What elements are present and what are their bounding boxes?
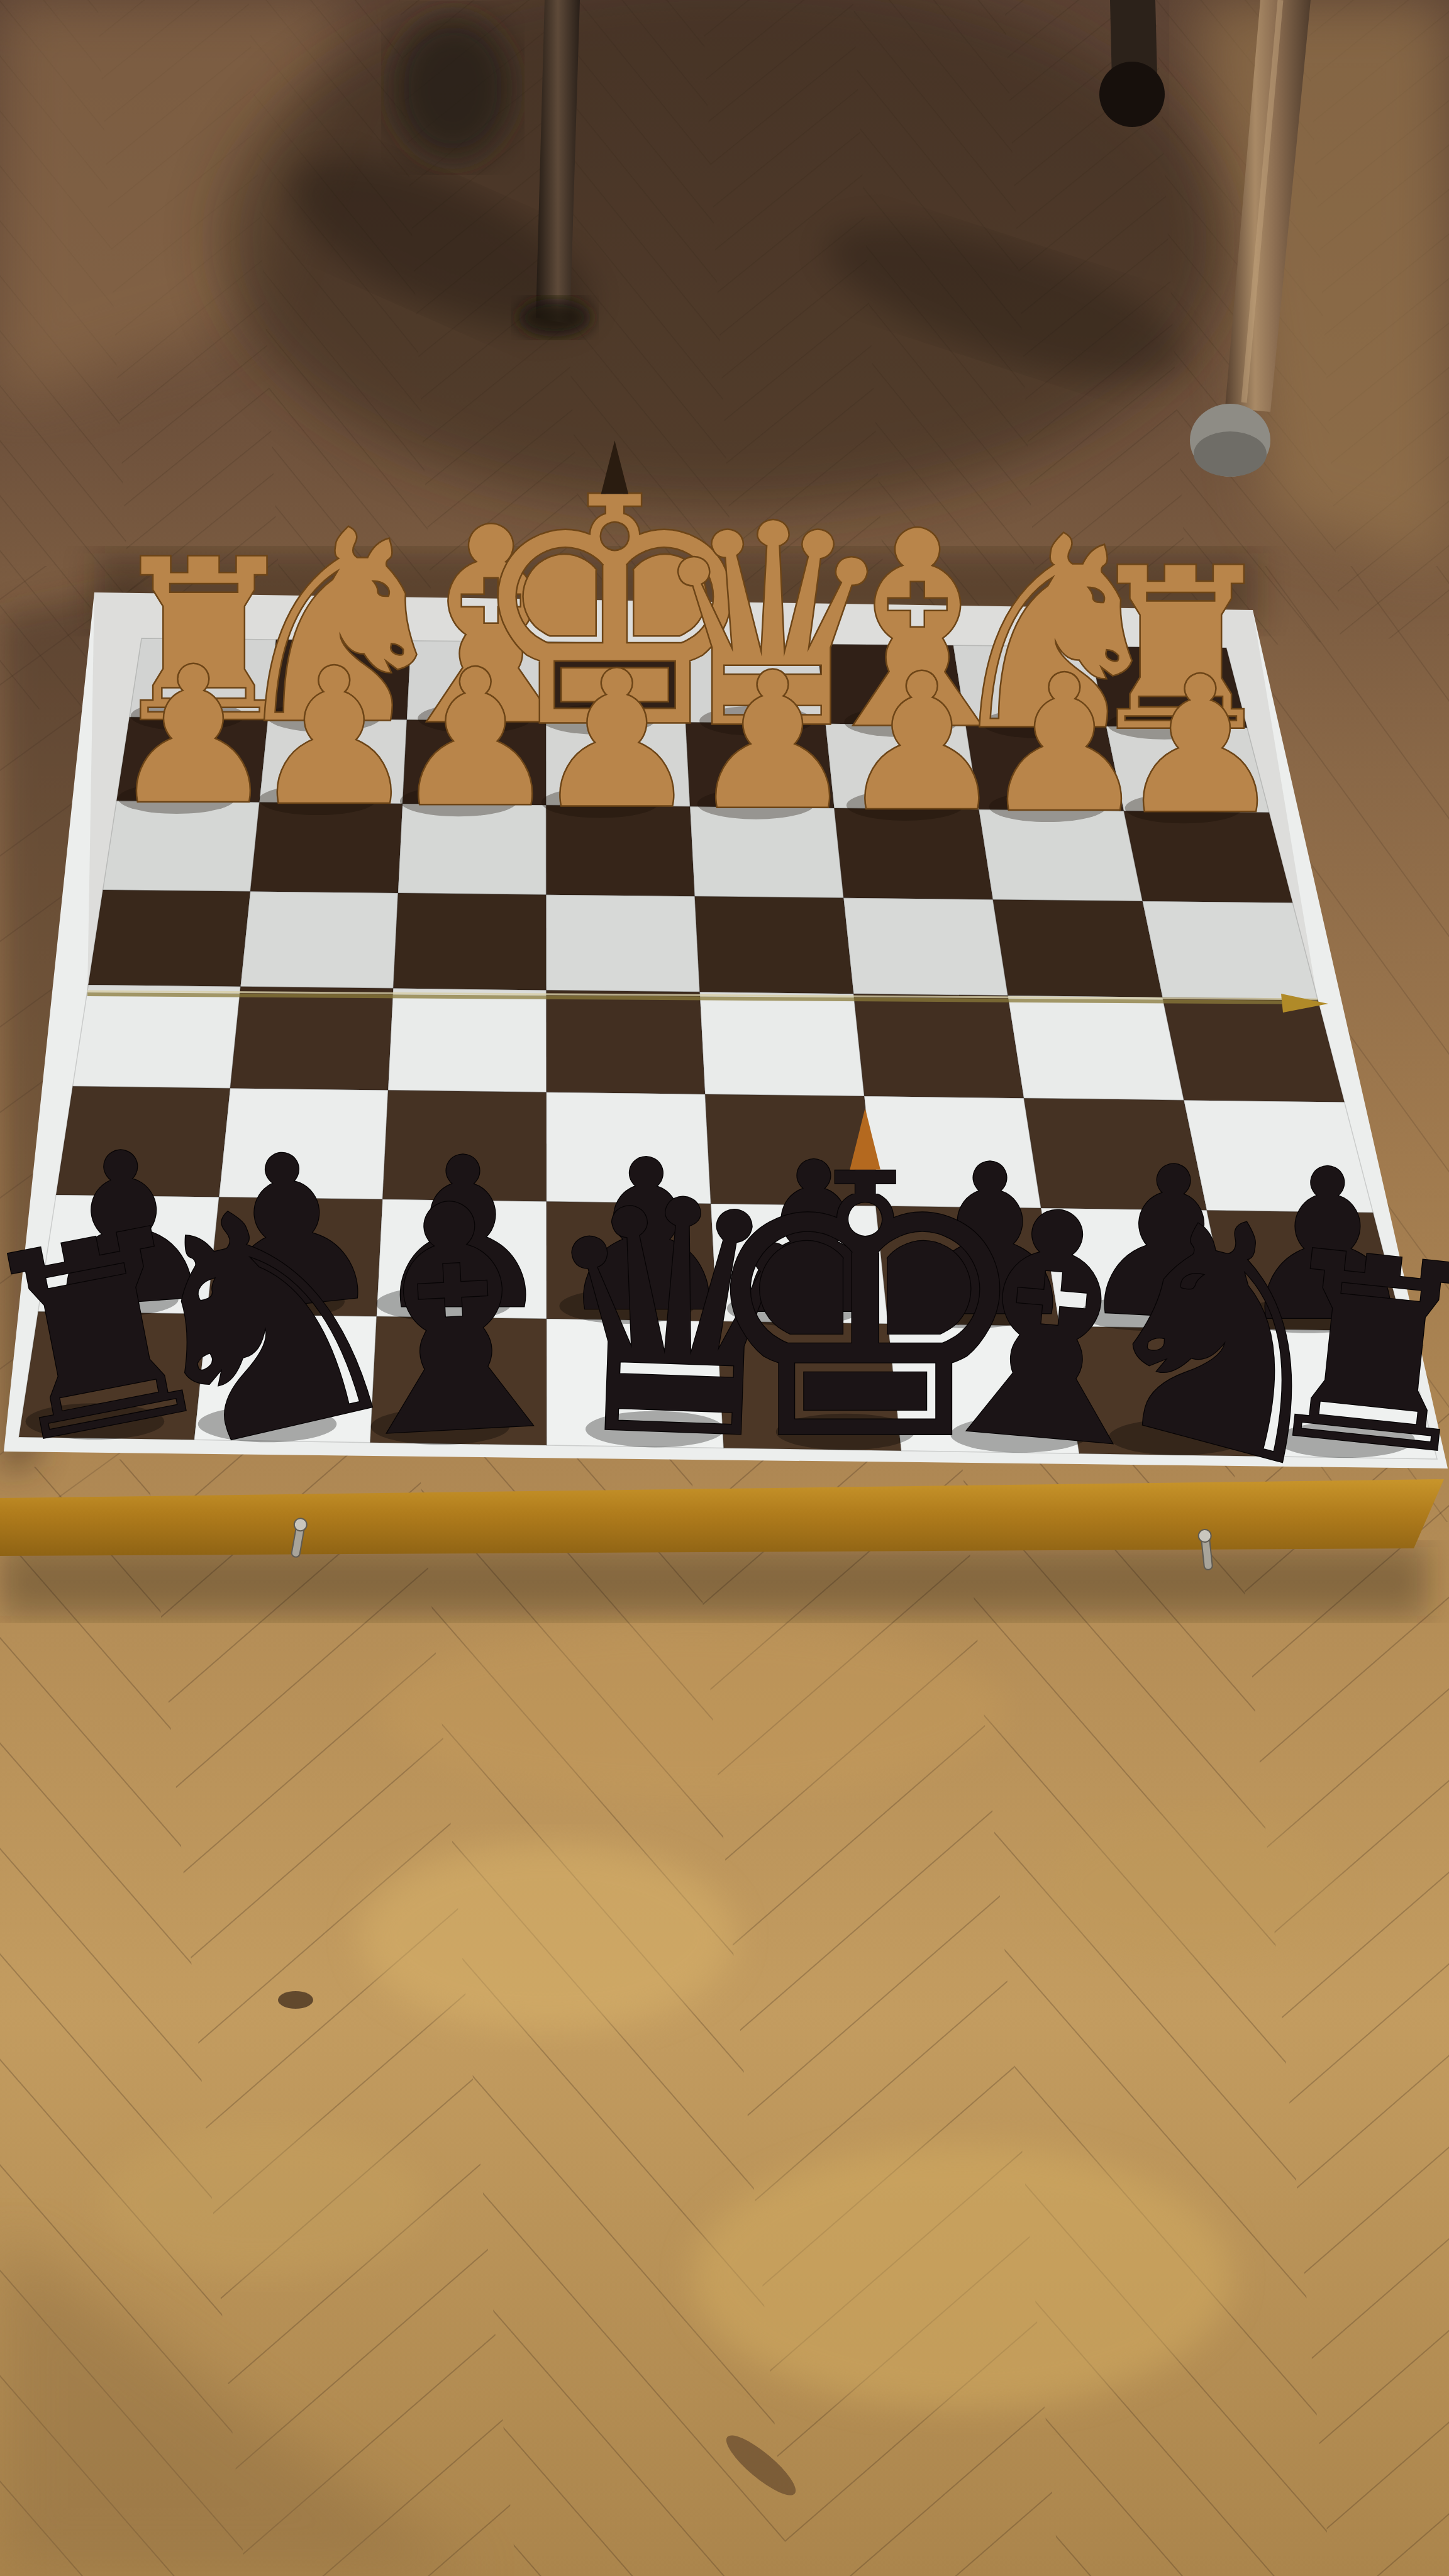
piece-black-rook-a8: ♜ <box>1244 1192 1449 1514</box>
table-leg-left-foot <box>518 299 591 336</box>
board-cast-shadow-near <box>0 1547 1428 1616</box>
worn-stain <box>692 2145 1233 2409</box>
piece-white-pawn-d2: ♟ <box>689 632 857 850</box>
photo-stage: ♜♞♝♚♛♝♞♜♟♟♟♟♟♟♟♟♟♟♟♟♟♟♟♟♜♞♝♛♚♝♞♜ <box>0 0 1449 2576</box>
piece-white-pawn-e2: ♟ <box>533 631 701 849</box>
dark-leg-blob <box>393 16 513 160</box>
table-leg-middle-foot <box>1099 62 1165 127</box>
piece-white-pawn-a2: ♟ <box>1116 636 1284 855</box>
worn-stain <box>377 1623 1006 1799</box>
worn-stain <box>358 1843 736 2031</box>
worn-stain <box>101 2126 428 2277</box>
table-leg-right-foot-shade <box>1194 431 1267 477</box>
worn-stain <box>1044 1811 1346 1962</box>
scene-svg: ♜♞♝♚♛♝♞♜♟♟♟♟♟♟♟♟♟♟♟♟♟♟♟♟♜♞♝♛♚♝♞♜ <box>0 0 1449 2576</box>
wood-knot <box>278 1991 313 2009</box>
